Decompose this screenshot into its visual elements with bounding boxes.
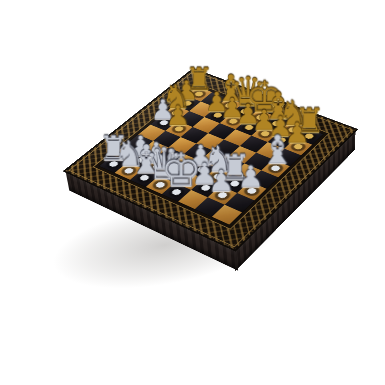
square-c7 — [204, 107, 231, 123]
piece-gold-queen-d8: ♛ — [230, 72, 257, 112]
piece-base-e7 — [238, 121, 260, 134]
piece-silver-king-e1: ♚ — [161, 147, 190, 193]
chess-case: ♜♝♛♚♝♞♜♟♟♟♟♟♟♟♞♟♟♝♟♞♜♟♟♟♟♟♟♜♞♝♛♚ — [65, 69, 356, 249]
piece-base-b5 — [168, 122, 190, 135]
square-d8 — [231, 104, 258, 120]
piece-gold-king-e8: ♚ — [246, 76, 273, 119]
piece-gold-pawn-e7: ♟ — [234, 101, 261, 128]
square-b7 — [189, 102, 216, 118]
scene: ♜♝♛♚♝♞♜♟♟♟♟♟♟♟♞♟♟♝♟♞♜♟♟♟♟♟♟♜♞♝♛♚ — [0, 0, 385, 385]
piece-base-a5 — [153, 116, 175, 129]
piece-base-d7 — [222, 115, 244, 128]
piece-base-a7 — [177, 97, 198, 109]
piece-base-a8 — [189, 88, 210, 100]
square-b8 — [201, 92, 227, 107]
square-d6 — [208, 123, 235, 139]
pieces-layer: ♜♝♛♚♝♞♜♟♟♟♟♟♟♟♞♟♟♝♟♞♜♟♟♟♟♟♟♜♞♝♛♚ — [65, 69, 356, 249]
piece-silver-pawn-g2: ♟ — [206, 167, 236, 197]
camera-roll: ♜♝♛♚♝♞♜♟♟♟♟♟♟♟♞♟♟♝♟♞♜♟♟♟♟♟♟♜♞♝♛♚ — [0, 0, 385, 385]
piece-gold-pawn-c7: ♟ — [203, 89, 230, 116]
square-a6 — [163, 105, 190, 121]
piece-gold-knight-a6: ♞ — [161, 80, 188, 113]
piece-gold-pawn-a7: ♟ — [173, 78, 199, 104]
square-a8 — [186, 87, 212, 102]
square-c8 — [216, 98, 243, 113]
piece-base-c8 — [218, 99, 239, 111]
square-e7 — [235, 119, 262, 135]
piece-base-e8 — [249, 111, 271, 124]
piece-silver-pawn-h3: ♟ — [236, 163, 265, 192]
piece-gold-pawn-d7: ♟ — [219, 95, 246, 122]
piece-base-d8 — [234, 105, 255, 118]
square-e8 — [247, 110, 274, 126]
square-b6 — [177, 111, 204, 127]
square-b5 — [165, 121, 192, 137]
board-top: ♜♝♛♚♝♞♜♟♟♟♟♟♟♟♞♟♟♝♟♞♜♟♟♟♟♟♟♜♞♝♛♚ — [65, 69, 356, 249]
chess-set-photo: ♜♝♛♚♝♞♜♟♟♟♟♟♟♟♞♟♟♝♟♞♜♟♟♟♟♟♟♜♞♝♛♚ — [0, 0, 385, 385]
piece-gold-bishop-c8: ♝ — [215, 70, 242, 106]
square-a7 — [174, 96, 200, 111]
piece-gold-rook-a8: ♜ — [185, 63, 211, 95]
square-c6 — [193, 117, 220, 133]
square-a5 — [150, 115, 177, 131]
piece-base-a6 — [165, 107, 186, 120]
piece-silver-pawn-a5: ♟ — [149, 97, 176, 124]
piece-gold-pawn-b5: ♟ — [164, 103, 191, 130]
piece-base-c7 — [207, 109, 228, 122]
square-d7 — [220, 113, 247, 129]
